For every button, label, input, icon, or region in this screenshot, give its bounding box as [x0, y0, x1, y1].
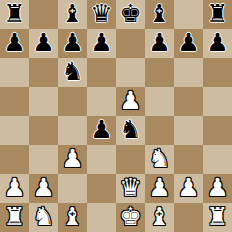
square-a8[interactable]: ♜	[0, 0, 29, 29]
square-e1[interactable]: ♚	[116, 203, 145, 232]
piece-black-knight[interactable]: ♞	[61, 59, 83, 84]
piece-white-pawn[interactable]: ♟	[119, 88, 141, 113]
square-d4[interactable]: ♟	[87, 116, 116, 145]
piece-white-pawn[interactable]: ♟	[206, 175, 228, 200]
piece-white-bishop[interactable]: ♝	[148, 204, 170, 229]
square-c3[interactable]: ♟	[58, 145, 87, 174]
square-c2[interactable]	[58, 174, 87, 203]
square-c8[interactable]: ♝	[58, 0, 87, 29]
square-h4[interactable]	[203, 116, 232, 145]
piece-white-knight[interactable]: ♞	[32, 204, 54, 229]
square-h6[interactable]	[203, 58, 232, 87]
piece-white-knight[interactable]: ♞	[148, 146, 170, 171]
piece-white-bishop[interactable]: ♝	[61, 204, 83, 229]
square-b3[interactable]	[29, 145, 58, 174]
square-e5[interactable]: ♟	[116, 87, 145, 116]
square-f7[interactable]: ♟	[145, 29, 174, 58]
square-a3[interactable]	[0, 145, 29, 174]
piece-black-pawn[interactable]: ♟	[61, 30, 83, 55]
square-b5[interactable]	[29, 87, 58, 116]
square-g7[interactable]: ♟	[174, 29, 203, 58]
square-f8[interactable]: ♝	[145, 0, 174, 29]
square-d1[interactable]	[87, 203, 116, 232]
square-c7[interactable]: ♟	[58, 29, 87, 58]
piece-white-queen[interactable]: ♛	[119, 175, 141, 200]
square-a6[interactable]	[0, 58, 29, 87]
square-g3[interactable]	[174, 145, 203, 174]
square-e2[interactable]: ♛	[116, 174, 145, 203]
square-a1[interactable]: ♜	[0, 203, 29, 232]
piece-black-rook[interactable]: ♜	[206, 1, 228, 26]
square-f6[interactable]	[145, 58, 174, 87]
square-c5[interactable]	[58, 87, 87, 116]
piece-white-rook[interactable]: ♜	[3, 204, 25, 229]
square-b2[interactable]: ♟	[29, 174, 58, 203]
square-f1[interactable]: ♝	[145, 203, 174, 232]
square-g6[interactable]	[174, 58, 203, 87]
square-d3[interactable]	[87, 145, 116, 174]
piece-black-bishop[interactable]: ♝	[61, 1, 83, 26]
square-f5[interactable]	[145, 87, 174, 116]
square-b8[interactable]	[29, 0, 58, 29]
square-d5[interactable]	[87, 87, 116, 116]
piece-black-rook[interactable]: ♜	[3, 1, 25, 26]
square-h8[interactable]: ♜	[203, 0, 232, 29]
square-e8[interactable]: ♚	[116, 0, 145, 29]
square-h5[interactable]	[203, 87, 232, 116]
piece-black-pawn[interactable]: ♟	[90, 30, 112, 55]
piece-white-pawn[interactable]: ♟	[3, 175, 25, 200]
piece-black-pawn[interactable]: ♟	[206, 30, 228, 55]
piece-black-pawn[interactable]: ♟	[148, 30, 170, 55]
square-e4[interactable]: ♞	[116, 116, 145, 145]
piece-black-bishop[interactable]: ♝	[148, 1, 170, 26]
piece-black-pawn[interactable]: ♟	[90, 117, 112, 142]
square-d7[interactable]: ♟	[87, 29, 116, 58]
piece-white-pawn[interactable]: ♟	[61, 146, 83, 171]
square-b4[interactable]	[29, 116, 58, 145]
chess-board: ♜♝♛♚♝♜♟♟♟♟♟♟♟♞♟♟♞♟♞♟♟♛♟♟♟♜♞♝♚♝♜	[0, 0, 232, 232]
square-f3[interactable]: ♞	[145, 145, 174, 174]
piece-black-pawn[interactable]: ♟	[177, 30, 199, 55]
square-e6[interactable]	[116, 58, 145, 87]
square-g4[interactable]	[174, 116, 203, 145]
square-d6[interactable]	[87, 58, 116, 87]
square-g1[interactable]	[174, 203, 203, 232]
piece-black-pawn[interactable]: ♟	[3, 30, 25, 55]
square-d2[interactable]	[87, 174, 116, 203]
piece-black-knight[interactable]: ♞	[119, 117, 141, 142]
square-e3[interactable]	[116, 145, 145, 174]
square-c4[interactable]	[58, 116, 87, 145]
square-g5[interactable]	[174, 87, 203, 116]
square-c6[interactable]: ♞	[58, 58, 87, 87]
square-g8[interactable]	[174, 0, 203, 29]
square-h3[interactable]	[203, 145, 232, 174]
square-e7[interactable]	[116, 29, 145, 58]
square-f4[interactable]	[145, 116, 174, 145]
square-h1[interactable]: ♜	[203, 203, 232, 232]
square-b7[interactable]: ♟	[29, 29, 58, 58]
square-a2[interactable]: ♟	[0, 174, 29, 203]
square-b1[interactable]: ♞	[29, 203, 58, 232]
piece-black-pawn[interactable]: ♟	[32, 30, 54, 55]
piece-black-queen[interactable]: ♛	[90, 1, 112, 26]
square-g2[interactable]: ♟	[174, 174, 203, 203]
piece-white-rook[interactable]: ♜	[206, 204, 228, 229]
square-a7[interactable]: ♟	[0, 29, 29, 58]
square-c1[interactable]: ♝	[58, 203, 87, 232]
square-h7[interactable]: ♟	[203, 29, 232, 58]
square-h2[interactable]: ♟	[203, 174, 232, 203]
square-a4[interactable]	[0, 116, 29, 145]
piece-white-pawn[interactable]: ♟	[177, 175, 199, 200]
square-a5[interactable]	[0, 87, 29, 116]
piece-white-pawn[interactable]: ♟	[148, 175, 170, 200]
piece-white-pawn[interactable]: ♟	[32, 175, 54, 200]
piece-white-king[interactable]: ♚	[119, 204, 141, 229]
square-d8[interactable]: ♛	[87, 0, 116, 29]
square-f2[interactable]: ♟	[145, 174, 174, 203]
square-b6[interactable]	[29, 58, 58, 87]
piece-black-king[interactable]: ♚	[119, 1, 141, 26]
